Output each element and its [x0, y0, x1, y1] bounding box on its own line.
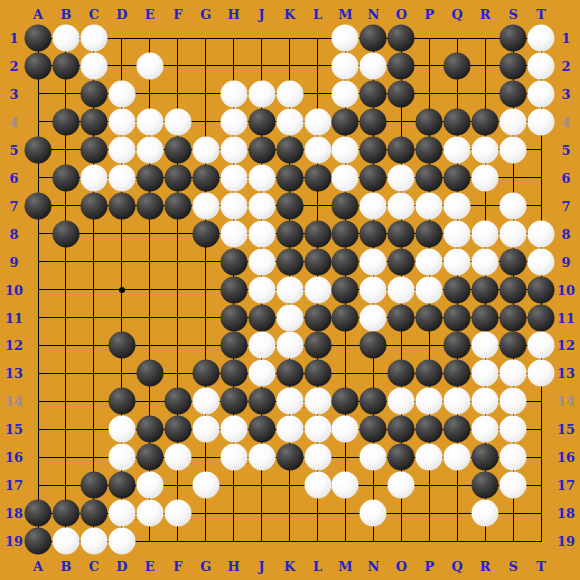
black-stone-H10[interactable]	[220, 276, 247, 303]
black-stone-S1[interactable]	[500, 25, 527, 52]
row-label-right-8: 8	[561, 226, 570, 241]
black-stone-O3[interactable]	[388, 80, 415, 107]
col-label-bottom-C: C	[89, 559, 99, 574]
white-stone-Q9[interactable]	[444, 248, 471, 275]
black-stone-A7[interactable]	[25, 192, 52, 219]
white-stone-T9[interactable]	[528, 248, 555, 275]
white-stone-F18[interactable]	[164, 500, 191, 527]
white-stone-E18[interactable]	[136, 500, 163, 527]
white-stone-C19[interactable]	[80, 528, 107, 555]
white-stone-Q5[interactable]	[444, 136, 471, 163]
black-stone-E15[interactable]	[136, 416, 163, 443]
row-label-left-6: 6	[9, 170, 18, 185]
col-label-top-G: G	[200, 7, 211, 22]
white-stone-M2[interactable]	[332, 52, 359, 79]
white-stone-S16[interactable]	[500, 444, 527, 471]
white-stone-J10[interactable]	[248, 276, 275, 303]
black-stone-A18[interactable]	[25, 500, 52, 527]
white-stone-M17[interactable]	[332, 472, 359, 499]
row-label-right-5: 5	[561, 142, 570, 157]
white-stone-R18[interactable]	[472, 500, 499, 527]
black-stone-P6[interactable]	[416, 164, 443, 191]
black-stone-P8[interactable]	[416, 220, 443, 247]
col-label-top-R: R	[480, 7, 491, 22]
black-stone-S10[interactable]	[500, 276, 527, 303]
white-stone-C1[interactable]	[80, 25, 107, 52]
row-label-left-15: 15	[5, 422, 23, 437]
white-stone-P10[interactable]	[416, 276, 443, 303]
white-stone-J16[interactable]	[248, 444, 275, 471]
white-stone-B1[interactable]	[52, 25, 79, 52]
black-stone-N8[interactable]	[360, 220, 387, 247]
black-stone-P13[interactable]	[416, 360, 443, 387]
row-label-right-15: 15	[557, 422, 575, 437]
white-stone-T4[interactable]	[528, 108, 555, 135]
col-label-bottom-F: F	[173, 559, 182, 574]
black-stone-J4[interactable]	[248, 108, 275, 135]
row-label-left-11: 11	[5, 310, 23, 325]
white-stone-K11[interactable]	[276, 304, 303, 331]
white-stone-Q14[interactable]	[444, 388, 471, 415]
white-stone-H4[interactable]	[220, 108, 247, 135]
black-stone-K5[interactable]	[276, 136, 303, 163]
col-label-top-S: S	[508, 7, 517, 22]
row-label-left-13: 13	[5, 366, 23, 381]
white-stone-S17[interactable]	[500, 472, 527, 499]
white-stone-H5[interactable]	[220, 136, 247, 163]
white-stone-K14[interactable]	[276, 388, 303, 415]
black-stone-M7[interactable]	[332, 192, 359, 219]
row-label-right-2: 2	[561, 58, 570, 73]
black-stone-O11[interactable]	[388, 304, 415, 331]
row-label-right-3: 3	[561, 86, 570, 101]
white-stone-E17[interactable]	[136, 472, 163, 499]
black-stone-Q12[interactable]	[444, 332, 471, 359]
white-stone-R15[interactable]	[472, 416, 499, 443]
white-stone-H16[interactable]	[220, 444, 247, 471]
black-stone-Q15[interactable]	[444, 416, 471, 443]
black-stone-D7[interactable]	[108, 192, 135, 219]
black-stone-Q13[interactable]	[444, 360, 471, 387]
white-stone-L15[interactable]	[304, 416, 331, 443]
black-stone-O5[interactable]	[388, 136, 415, 163]
black-stone-M8[interactable]	[332, 220, 359, 247]
row-label-left-9: 9	[9, 254, 18, 269]
black-stone-Q6[interactable]	[444, 164, 471, 191]
black-stone-A2[interactable]	[25, 52, 52, 79]
white-stone-K12[interactable]	[276, 332, 303, 359]
white-stone-D15[interactable]	[108, 416, 135, 443]
black-stone-K8[interactable]	[276, 220, 303, 247]
white-stone-L14[interactable]	[304, 388, 331, 415]
black-stone-D12[interactable]	[108, 332, 135, 359]
col-label-bottom-T: T	[536, 559, 546, 574]
white-stone-S5[interactable]	[500, 136, 527, 163]
col-label-top-A: A	[33, 7, 43, 22]
black-stone-J11[interactable]	[248, 304, 275, 331]
col-label-bottom-N: N	[367, 559, 379, 574]
white-stone-J7[interactable]	[248, 192, 275, 219]
black-stone-H14[interactable]	[220, 388, 247, 415]
row-label-left-4: 4	[9, 114, 18, 129]
col-label-bottom-M: M	[338, 559, 352, 574]
white-stone-K15[interactable]	[276, 416, 303, 443]
white-stone-D3[interactable]	[108, 80, 135, 107]
black-stone-F5[interactable]	[164, 136, 191, 163]
row-label-left-12: 12	[5, 338, 23, 353]
white-stone-M15[interactable]	[332, 416, 359, 443]
col-label-bottom-S: S	[508, 559, 517, 574]
black-stone-S2[interactable]	[500, 52, 527, 79]
col-label-top-Q: Q	[452, 7, 463, 22]
col-label-bottom-J: J	[259, 559, 265, 574]
white-stone-Q16[interactable]	[444, 444, 471, 471]
white-stone-O17[interactable]	[388, 472, 415, 499]
white-stone-K4[interactable]	[276, 108, 303, 135]
white-stone-S13[interactable]	[500, 360, 527, 387]
black-stone-J14[interactable]	[248, 388, 275, 415]
black-stone-B2[interactable]	[52, 52, 79, 79]
white-stone-D5[interactable]	[108, 136, 135, 163]
white-stone-H6[interactable]	[220, 164, 247, 191]
white-stone-N16[interactable]	[360, 444, 387, 471]
row-label-right-19: 19	[557, 534, 575, 549]
white-stone-T8[interactable]	[528, 220, 555, 247]
white-stone-O6[interactable]	[388, 164, 415, 191]
white-stone-J9[interactable]	[248, 248, 275, 275]
col-label-top-J: J	[259, 7, 265, 22]
col-label-top-E: E	[145, 7, 155, 22]
black-stone-S9[interactable]	[500, 248, 527, 275]
black-stone-K13[interactable]	[276, 360, 303, 387]
white-stone-N9[interactable]	[360, 248, 387, 275]
black-stone-L6[interactable]	[304, 164, 331, 191]
row-label-left-2: 2	[9, 58, 18, 73]
white-stone-S7[interactable]	[500, 192, 527, 219]
white-stone-L5[interactable]	[304, 136, 331, 163]
white-stone-O14[interactable]	[388, 388, 415, 415]
white-stone-J6[interactable]	[248, 164, 275, 191]
white-stone-S15[interactable]	[500, 416, 527, 443]
black-stone-N6[interactable]	[360, 164, 387, 191]
col-label-top-M: M	[338, 7, 352, 22]
white-stone-P16[interactable]	[416, 444, 443, 471]
white-stone-K3[interactable]	[276, 80, 303, 107]
white-stone-N11[interactable]	[360, 304, 387, 331]
black-stone-L8[interactable]	[304, 220, 331, 247]
black-stone-B4[interactable]	[52, 108, 79, 135]
col-label-top-O: O	[396, 7, 407, 22]
white-stone-M3[interactable]	[332, 80, 359, 107]
black-stone-R16[interactable]	[472, 444, 499, 471]
col-label-top-H: H	[227, 7, 239, 22]
black-stone-L12[interactable]	[304, 332, 331, 359]
white-stone-D6[interactable]	[108, 164, 135, 191]
white-stone-E4[interactable]	[136, 108, 163, 135]
row-label-left-3: 3	[9, 86, 18, 101]
row-label-right-13: 13	[557, 366, 575, 381]
row-label-left-1: 1	[9, 31, 18, 46]
white-stone-F16[interactable]	[164, 444, 191, 471]
white-stone-G15[interactable]	[192, 416, 219, 443]
black-stone-L9[interactable]	[304, 248, 331, 275]
white-stone-H8[interactable]	[220, 220, 247, 247]
white-stone-D19[interactable]	[108, 528, 135, 555]
white-stone-P7[interactable]	[416, 192, 443, 219]
black-stone-K16[interactable]	[276, 444, 303, 471]
white-stone-N2[interactable]	[360, 52, 387, 79]
white-stone-J3[interactable]	[248, 80, 275, 107]
black-stone-J5[interactable]	[248, 136, 275, 163]
black-stone-D17[interactable]	[108, 472, 135, 499]
white-stone-E2[interactable]	[136, 52, 163, 79]
black-stone-B6[interactable]	[52, 164, 79, 191]
white-stone-O10[interactable]	[388, 276, 415, 303]
black-stone-A1[interactable]	[25, 25, 52, 52]
col-label-top-N: N	[367, 7, 379, 22]
white-stone-D16[interactable]	[108, 444, 135, 471]
black-stone-F15[interactable]	[164, 416, 191, 443]
white-stone-O7[interactable]	[388, 192, 415, 219]
white-stone-H7[interactable]	[220, 192, 247, 219]
row-label-right-14: 14	[557, 394, 575, 409]
row-label-left-18: 18	[5, 506, 23, 521]
black-stone-S11[interactable]	[500, 304, 527, 331]
white-stone-N18[interactable]	[360, 500, 387, 527]
white-stone-L16[interactable]	[304, 444, 331, 471]
white-stone-P9[interactable]	[416, 248, 443, 275]
white-stone-Q7[interactable]	[444, 192, 471, 219]
black-stone-R17[interactable]	[472, 472, 499, 499]
white-stone-J13[interactable]	[248, 360, 275, 387]
col-label-bottom-P: P	[424, 559, 434, 574]
row-label-left-14: 14	[5, 394, 23, 409]
white-stone-T1[interactable]	[528, 25, 555, 52]
black-stone-N1[interactable]	[360, 25, 387, 52]
white-stone-G17[interactable]	[192, 472, 219, 499]
white-stone-H3[interactable]	[220, 80, 247, 107]
black-stone-O8[interactable]	[388, 220, 415, 247]
black-stone-P4[interactable]	[416, 108, 443, 135]
black-stone-G8[interactable]	[192, 220, 219, 247]
white-stone-T12[interactable]	[528, 332, 555, 359]
black-stone-K9[interactable]	[276, 248, 303, 275]
black-stone-R10[interactable]	[472, 276, 499, 303]
white-stone-M6[interactable]	[332, 164, 359, 191]
col-label-top-D: D	[116, 7, 127, 22]
black-stone-Q4[interactable]	[444, 108, 471, 135]
black-stone-S12[interactable]	[500, 332, 527, 359]
white-stone-D18[interactable]	[108, 500, 135, 527]
black-stone-H12[interactable]	[220, 332, 247, 359]
black-stone-C3[interactable]	[80, 80, 107, 107]
col-label-bottom-O: O	[396, 559, 407, 574]
black-stone-M11[interactable]	[332, 304, 359, 331]
black-stone-C18[interactable]	[80, 500, 107, 527]
white-stone-R12[interactable]	[472, 332, 499, 359]
black-stone-P5[interactable]	[416, 136, 443, 163]
white-stone-M1[interactable]	[332, 25, 359, 52]
black-stone-L11[interactable]	[304, 304, 331, 331]
black-stone-H13[interactable]	[220, 360, 247, 387]
black-stone-K7[interactable]	[276, 192, 303, 219]
black-stone-O16[interactable]	[388, 444, 415, 471]
black-stone-M14[interactable]	[332, 388, 359, 415]
white-stone-L4[interactable]	[304, 108, 331, 135]
row-label-left-8: 8	[9, 226, 18, 241]
black-stone-O9[interactable]	[388, 248, 415, 275]
row-label-right-18: 18	[557, 506, 575, 521]
row-label-left-10: 10	[5, 282, 23, 297]
white-stone-G5[interactable]	[192, 136, 219, 163]
black-stone-T10[interactable]	[528, 276, 555, 303]
row-label-left-17: 17	[5, 478, 23, 493]
col-label-top-B: B	[60, 7, 71, 22]
white-stone-C6[interactable]	[80, 164, 107, 191]
star-point-D10	[119, 287, 125, 293]
black-stone-F14[interactable]	[164, 388, 191, 415]
white-stone-R9[interactable]	[472, 248, 499, 275]
black-stone-F7[interactable]	[164, 192, 191, 219]
white-stone-T13[interactable]	[528, 360, 555, 387]
col-label-bottom-R: R	[480, 559, 491, 574]
col-label-top-T: T	[536, 7, 546, 22]
white-stone-R8[interactable]	[472, 220, 499, 247]
black-stone-H9[interactable]	[220, 248, 247, 275]
row-label-right-16: 16	[557, 450, 575, 465]
white-stone-G14[interactable]	[192, 388, 219, 415]
black-stone-D14[interactable]	[108, 388, 135, 415]
black-stone-O1[interactable]	[388, 25, 415, 52]
row-label-right-7: 7	[561, 198, 570, 213]
col-label-bottom-B: B	[60, 559, 71, 574]
white-stone-G7[interactable]	[192, 192, 219, 219]
black-stone-H11[interactable]	[220, 304, 247, 331]
white-stone-S8[interactable]	[500, 220, 527, 247]
white-stone-S4[interactable]	[500, 108, 527, 135]
black-stone-C7[interactable]	[80, 192, 107, 219]
black-stone-P15[interactable]	[416, 416, 443, 443]
col-label-bottom-L: L	[313, 559, 322, 574]
black-stone-E6[interactable]	[136, 164, 163, 191]
black-stone-A19[interactable]	[25, 528, 52, 555]
black-stone-N3[interactable]	[360, 80, 387, 107]
black-stone-L13[interactable]	[304, 360, 331, 387]
col-label-top-C: C	[89, 7, 99, 22]
black-stone-Q11[interactable]	[444, 304, 471, 331]
white-stone-K10[interactable]	[276, 276, 303, 303]
black-stone-E16[interactable]	[136, 444, 163, 471]
black-stone-N12[interactable]	[360, 332, 387, 359]
black-stone-K6[interactable]	[276, 164, 303, 191]
row-label-left-19: 19	[5, 534, 23, 549]
black-stone-R4[interactable]	[472, 108, 499, 135]
black-stone-Q10[interactable]	[444, 276, 471, 303]
black-stone-G13[interactable]	[192, 360, 219, 387]
go-board[interactable]: AABBCCDDEEFFGGHHJJKKLLMMNNOOPPQQRRSSTT11…	[0, 0, 580, 580]
white-stone-L17[interactable]	[304, 472, 331, 499]
white-stone-R14[interactable]	[472, 388, 499, 415]
white-stone-J8[interactable]	[248, 220, 275, 247]
row-label-right-9: 9	[561, 254, 570, 269]
black-stone-N4[interactable]	[360, 108, 387, 135]
row-label-right-6: 6	[561, 170, 570, 185]
row-label-right-1: 1	[561, 31, 570, 46]
row-label-right-11: 11	[557, 310, 575, 325]
black-stone-M10[interactable]	[332, 276, 359, 303]
white-stone-N10[interactable]	[360, 276, 387, 303]
col-label-bottom-K: K	[284, 559, 295, 574]
black-stone-C17[interactable]	[80, 472, 107, 499]
white-stone-R5[interactable]	[472, 136, 499, 163]
white-stone-D4[interactable]	[108, 108, 135, 135]
col-label-top-P: P	[424, 7, 434, 22]
black-stone-S3[interactable]	[500, 80, 527, 107]
black-stone-T11[interactable]	[528, 304, 555, 331]
white-stone-F4[interactable]	[164, 108, 191, 135]
col-label-top-F: F	[173, 7, 182, 22]
black-stone-B18[interactable]	[52, 500, 79, 527]
black-stone-A5[interactable]	[25, 136, 52, 163]
row-label-right-4: 4	[561, 114, 570, 129]
white-stone-T2[interactable]	[528, 52, 555, 79]
white-stone-E5[interactable]	[136, 136, 163, 163]
white-stone-N7[interactable]	[360, 192, 387, 219]
white-stone-R13[interactable]	[472, 360, 499, 387]
black-stone-M4[interactable]	[332, 108, 359, 135]
black-stone-O13[interactable]	[388, 360, 415, 387]
black-stone-M9[interactable]	[332, 248, 359, 275]
black-stone-G6[interactable]	[192, 164, 219, 191]
row-label-left-7: 7	[9, 198, 18, 213]
black-stone-C4[interactable]	[80, 108, 107, 135]
white-stone-J12[interactable]	[248, 332, 275, 359]
white-stone-P14[interactable]	[416, 388, 443, 415]
black-stone-J15[interactable]	[248, 416, 275, 443]
col-label-bottom-Q: Q	[452, 559, 463, 574]
col-label-top-K: K	[284, 7, 295, 22]
black-stone-P11[interactable]	[416, 304, 443, 331]
white-stone-Q8[interactable]	[444, 220, 471, 247]
black-stone-E7[interactable]	[136, 192, 163, 219]
white-stone-B19[interactable]	[52, 528, 79, 555]
black-stone-O2[interactable]	[388, 52, 415, 79]
row-label-left-16: 16	[5, 450, 23, 465]
white-stone-T3[interactable]	[528, 80, 555, 107]
black-stone-C5[interactable]	[80, 136, 107, 163]
black-stone-N14[interactable]	[360, 388, 387, 415]
black-stone-F6[interactable]	[164, 164, 191, 191]
col-label-bottom-D: D	[116, 559, 127, 574]
white-stone-H15[interactable]	[220, 416, 247, 443]
white-stone-C2[interactable]	[80, 52, 107, 79]
black-stone-N5[interactable]	[360, 136, 387, 163]
black-stone-Q2[interactable]	[444, 52, 471, 79]
white-stone-M5[interactable]	[332, 136, 359, 163]
col-label-bottom-A: A	[33, 559, 43, 574]
black-stone-R11[interactable]	[472, 304, 499, 331]
row-label-right-12: 12	[557, 338, 575, 353]
row-label-left-5: 5	[9, 142, 18, 157]
white-stone-L10[interactable]	[304, 276, 331, 303]
black-stone-N15[interactable]	[360, 416, 387, 443]
black-stone-B8[interactable]	[52, 220, 79, 247]
black-stone-O15[interactable]	[388, 416, 415, 443]
white-stone-S14[interactable]	[500, 388, 527, 415]
col-label-top-L: L	[313, 7, 322, 22]
black-stone-E13[interactable]	[136, 360, 163, 387]
white-stone-R6[interactable]	[472, 164, 499, 191]
